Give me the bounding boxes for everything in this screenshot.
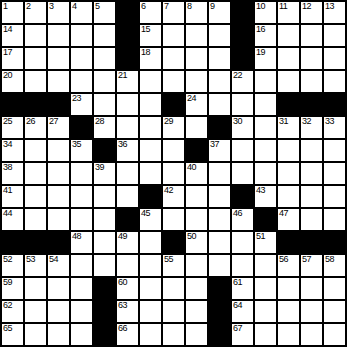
white-cell-r6c8[interactable]: 29 (163, 117, 184, 138)
white-cell-r9c13[interactable] (278, 186, 299, 207)
white-cell-r4c15[interactable] (324, 71, 345, 92)
white-cell-r5c10[interactable] (209, 94, 230, 115)
white-cell-r6c11[interactable]: 30 (232, 117, 253, 138)
white-cell-r8c4[interactable] (71, 163, 92, 184)
white-cell-r9c1[interactable]: 41 (2, 186, 23, 207)
clue-number-59: 59 (3, 278, 12, 287)
white-cell-r10c14[interactable] (301, 209, 322, 230)
white-cell-r6c13[interactable]: 31 (278, 117, 299, 138)
white-cell-r13c15[interactable] (324, 278, 345, 299)
white-cell-r3c13[interactable] (278, 48, 299, 69)
white-cell-r3c9[interactable] (186, 48, 207, 69)
white-cell-r13c14[interactable] (301, 278, 322, 299)
white-cell-r11c6[interactable]: 49 (117, 232, 138, 253)
crossword-board: 1234567891011121314151617181920212223242… (0, 0, 347, 347)
white-cell-r2c12[interactable]: 16 (255, 25, 276, 46)
black-cell-r11c8 (163, 232, 184, 253)
clue-number-10: 10 (256, 2, 265, 11)
white-cell-r6c6[interactable] (117, 117, 138, 138)
white-cell-r6c7[interactable] (140, 117, 161, 138)
white-cell-r10c11[interactable]: 46 (232, 209, 253, 230)
white-cell-r13c4[interactable] (71, 278, 92, 299)
black-cell-r11c13 (278, 232, 299, 253)
white-cell-r6c12[interactable] (255, 117, 276, 138)
white-cell-r3c15[interactable] (324, 48, 345, 69)
white-cell-r13c11[interactable]: 61 (232, 278, 253, 299)
white-cell-r13c6[interactable]: 60 (117, 278, 138, 299)
white-cell-r1c10[interactable]: 9 (209, 2, 230, 23)
white-cell-r12c4[interactable] (71, 255, 92, 276)
clue-number-16: 16 (256, 25, 265, 34)
white-cell-r1c5[interactable]: 5 (94, 2, 115, 23)
white-cell-r14c12[interactable] (255, 301, 276, 322)
white-cell-r15c15[interactable] (324, 324, 345, 345)
clue-number-57: 57 (302, 255, 311, 264)
white-cell-r15c1[interactable]: 65 (2, 324, 23, 345)
clue-number-66: 66 (118, 324, 127, 333)
clue-number-13: 13 (325, 2, 334, 11)
clue-number-64: 64 (233, 301, 242, 310)
white-cell-r3c5[interactable] (94, 48, 115, 69)
white-cell-r4c13[interactable] (278, 71, 299, 92)
clue-number-12: 12 (302, 2, 311, 11)
white-cell-r11c4[interactable]: 48 (71, 232, 92, 253)
white-cell-r3c7[interactable]: 18 (140, 48, 161, 69)
white-cell-r1c1[interactable]: 1 (2, 2, 23, 23)
white-cell-r14c6[interactable]: 63 (117, 301, 138, 322)
white-cell-r12c14[interactable]: 57 (301, 255, 322, 276)
white-cell-r7c4[interactable]: 35 (71, 140, 92, 161)
white-cell-r4c6[interactable]: 21 (117, 71, 138, 92)
clue-number-7: 7 (164, 2, 169, 11)
clue-number-53: 53 (26, 255, 35, 264)
black-cell-r1c11 (232, 2, 253, 23)
white-cell-r11c10[interactable] (209, 232, 230, 253)
clue-number-63: 63 (118, 301, 127, 310)
white-cell-r7c10[interactable]: 37 (209, 140, 230, 161)
clue-number-35: 35 (72, 140, 81, 149)
white-cell-r7c7[interactable] (140, 140, 161, 161)
white-cell-r13c3[interactable] (48, 278, 69, 299)
white-cell-r8c13[interactable] (278, 163, 299, 184)
white-cell-r2c3[interactable] (48, 25, 69, 46)
clue-number-2: 2 (26, 2, 31, 11)
white-cell-r7c1[interactable]: 34 (2, 140, 23, 161)
clue-number-48: 48 (72, 232, 81, 241)
white-cell-r9c15[interactable] (324, 186, 345, 207)
clue-number-1: 1 (3, 2, 8, 11)
white-cell-r15c13[interactable] (278, 324, 299, 345)
clue-number-43: 43 (256, 186, 265, 195)
white-cell-r13c7[interactable] (140, 278, 161, 299)
white-cell-r11c7[interactable] (140, 232, 161, 253)
white-cell-r8c11[interactable] (232, 163, 253, 184)
white-cell-r4c2[interactable] (25, 71, 46, 92)
clue-number-11: 11 (279, 2, 287, 11)
white-cell-r1c4[interactable]: 4 (71, 2, 92, 23)
white-cell-r1c12[interactable]: 10 (255, 2, 276, 23)
clue-number-23: 23 (72, 94, 81, 103)
white-cell-r10c2[interactable] (25, 209, 46, 230)
white-cell-r3c2[interactable] (25, 48, 46, 69)
white-cell-r12c12[interactable] (255, 255, 276, 276)
white-cell-r6c1[interactable]: 25 (2, 117, 23, 138)
white-cell-r10c13[interactable]: 47 (278, 209, 299, 230)
black-cell-r3c6 (117, 48, 138, 69)
clue-number-28: 28 (95, 117, 104, 126)
black-cell-r5c15 (324, 94, 345, 115)
white-cell-r7c14[interactable] (301, 140, 322, 161)
white-cell-r4c4[interactable] (71, 71, 92, 92)
clue-number-41: 41 (3, 186, 12, 195)
white-cell-r4c12[interactable] (255, 71, 276, 92)
white-cell-r7c6[interactable]: 36 (117, 140, 138, 161)
black-cell-r6c10 (209, 117, 230, 138)
white-cell-r8c10[interactable] (209, 163, 230, 184)
black-cell-r2c6 (117, 25, 138, 46)
white-cell-r3c8[interactable] (163, 48, 184, 69)
white-cell-r12c9[interactable] (186, 255, 207, 276)
white-cell-r4c3[interactable] (48, 71, 69, 92)
clue-number-30: 30 (233, 117, 242, 126)
white-cell-r14c14[interactable] (301, 301, 322, 322)
white-cell-r2c1[interactable]: 14 (2, 25, 23, 46)
white-cell-r15c6[interactable]: 66 (117, 324, 138, 345)
white-cell-r12c3[interactable]: 54 (48, 255, 69, 276)
white-cell-r13c8[interactable] (163, 278, 184, 299)
white-cell-r5c4[interactable]: 23 (71, 94, 92, 115)
white-cell-r13c1[interactable]: 59 (2, 278, 23, 299)
clue-number-31: 31 (279, 117, 288, 126)
white-cell-r12c1[interactable]: 52 (2, 255, 23, 276)
white-cell-r14c3[interactable] (48, 301, 69, 322)
white-cell-r12c5[interactable] (94, 255, 115, 276)
white-cell-r4c11[interactable]: 22 (232, 71, 253, 92)
white-cell-r1c15[interactable]: 13 (324, 2, 345, 23)
clue-number-42: 42 (164, 186, 173, 195)
black-cell-r5c13 (278, 94, 299, 115)
clue-number-26: 26 (26, 117, 35, 126)
black-cell-r13c10 (209, 278, 230, 299)
black-cell-r6c4 (71, 117, 92, 138)
white-cell-r11c12[interactable]: 51 (255, 232, 276, 253)
white-cell-r12c11[interactable] (232, 255, 253, 276)
clue-number-3: 3 (49, 2, 54, 11)
white-cell-r11c9[interactable]: 50 (186, 232, 207, 253)
white-cell-r14c11[interactable]: 64 (232, 301, 253, 322)
black-cell-r9c11 (232, 186, 253, 207)
clue-number-62: 62 (3, 301, 12, 310)
white-cell-r7c2[interactable] (25, 140, 46, 161)
black-cell-r10c6 (117, 209, 138, 230)
white-cell-r15c14[interactable] (301, 324, 322, 345)
white-cell-r9c3[interactable] (48, 186, 69, 207)
clue-number-5: 5 (95, 2, 100, 11)
white-cell-r8c12[interactable] (255, 163, 276, 184)
white-cell-r14c1[interactable]: 62 (2, 301, 23, 322)
black-cell-r14c5 (94, 301, 115, 322)
white-cell-r2c2[interactable] (25, 25, 46, 46)
white-cell-r7c13[interactable] (278, 140, 299, 161)
white-cell-r9c5[interactable] (94, 186, 115, 207)
white-cell-r5c7[interactable] (140, 94, 161, 115)
black-cell-r9c7 (140, 186, 161, 207)
white-cell-r15c4[interactable] (71, 324, 92, 345)
white-cell-r15c12[interactable] (255, 324, 276, 345)
white-cell-r7c8[interactable] (163, 140, 184, 161)
clue-number-58: 58 (325, 255, 334, 264)
white-cell-r12c13[interactable]: 56 (278, 255, 299, 276)
black-cell-r7c5 (94, 140, 115, 161)
white-cell-r6c2[interactable]: 26 (25, 117, 46, 138)
white-cell-r1c9[interactable]: 8 (186, 2, 207, 23)
white-cell-r1c7[interactable]: 6 (140, 2, 161, 23)
white-cell-r5c5[interactable] (94, 94, 115, 115)
clue-number-46: 46 (233, 209, 242, 218)
white-cell-r2c5[interactable] (94, 25, 115, 46)
white-cell-r6c9[interactable] (186, 117, 207, 138)
white-cell-r9c4[interactable] (71, 186, 92, 207)
clue-number-18: 18 (141, 48, 150, 57)
clue-number-8: 8 (187, 2, 192, 11)
white-cell-r9c6[interactable] (117, 186, 138, 207)
white-cell-r6c15[interactable]: 33 (324, 117, 345, 138)
black-cell-r5c14 (301, 94, 322, 115)
black-cell-r5c8 (163, 94, 184, 115)
white-cell-r4c10[interactable] (209, 71, 230, 92)
clue-number-32: 32 (302, 117, 311, 126)
clue-number-25: 25 (3, 117, 12, 126)
white-cell-r5c6[interactable] (117, 94, 138, 115)
white-cell-r13c9[interactable] (186, 278, 207, 299)
clue-number-47: 47 (279, 209, 288, 218)
white-cell-r12c10[interactable] (209, 255, 230, 276)
clue-number-61: 61 (233, 278, 242, 287)
white-cell-r14c13[interactable] (278, 301, 299, 322)
black-cell-r2c11 (232, 25, 253, 46)
white-cell-r6c3[interactable]: 27 (48, 117, 69, 138)
black-cell-r5c1 (2, 94, 23, 115)
white-cell-r4c9[interactable] (186, 71, 207, 92)
white-cell-r9c10[interactable] (209, 186, 230, 207)
white-cell-r6c14[interactable]: 32 (301, 117, 322, 138)
white-cell-r10c10[interactable] (209, 209, 230, 230)
black-cell-r1c6 (117, 2, 138, 23)
white-cell-r2c4[interactable] (71, 25, 92, 46)
black-cell-r3c11 (232, 48, 253, 69)
white-cell-r2c9[interactable] (186, 25, 207, 46)
white-cell-r15c2[interactable] (25, 324, 46, 345)
clue-number-45: 45 (141, 209, 150, 218)
white-cell-r8c7[interactable] (140, 163, 161, 184)
white-cell-r15c9[interactable] (186, 324, 207, 345)
clue-number-44: 44 (3, 209, 12, 218)
white-cell-r2c15[interactable] (324, 25, 345, 46)
white-cell-r4c7[interactable] (140, 71, 161, 92)
white-cell-r8c8[interactable] (163, 163, 184, 184)
white-cell-r14c4[interactable] (71, 301, 92, 322)
clue-number-51: 51 (256, 232, 265, 241)
white-cell-r11c11[interactable] (232, 232, 253, 253)
white-cell-r15c7[interactable] (140, 324, 161, 345)
clue-number-19: 19 (256, 48, 265, 57)
white-cell-r13c2[interactable] (25, 278, 46, 299)
white-cell-r5c11[interactable] (232, 94, 253, 115)
clue-number-15: 15 (141, 25, 150, 34)
clue-number-38: 38 (3, 163, 12, 172)
black-cell-r13c5 (94, 278, 115, 299)
clue-number-14: 14 (3, 25, 12, 34)
white-cell-r15c8[interactable] (163, 324, 184, 345)
clue-number-33: 33 (325, 117, 334, 126)
black-cell-r10c12 (255, 209, 276, 230)
white-cell-r4c8[interactable] (163, 71, 184, 92)
clue-number-27: 27 (49, 117, 58, 126)
white-cell-r10c7[interactable]: 45 (140, 209, 161, 230)
white-cell-r12c2[interactable]: 53 (25, 255, 46, 276)
clue-number-24: 24 (187, 94, 196, 103)
clue-number-29: 29 (164, 117, 173, 126)
white-cell-r6c5[interactable]: 28 (94, 117, 115, 138)
white-cell-r14c7[interactable] (140, 301, 161, 322)
black-cell-r5c2 (25, 94, 46, 115)
black-cell-r11c1 (2, 232, 23, 253)
clue-number-9: 9 (210, 2, 215, 11)
white-cell-r4c5[interactable] (94, 71, 115, 92)
white-cell-r8c14[interactable] (301, 163, 322, 184)
clue-number-39: 39 (95, 163, 104, 172)
clue-number-65: 65 (3, 324, 12, 333)
clue-number-67: 67 (233, 324, 242, 333)
black-cell-r11c14 (301, 232, 322, 253)
clue-number-21: 21 (118, 71, 127, 80)
white-cell-r2c13[interactable] (278, 25, 299, 46)
clue-number-22: 22 (233, 71, 242, 80)
clue-number-56: 56 (279, 255, 288, 264)
clue-number-54: 54 (49, 255, 58, 264)
white-cell-r9c12[interactable]: 43 (255, 186, 276, 207)
white-cell-r3c14[interactable] (301, 48, 322, 69)
clue-number-6: 6 (141, 2, 146, 11)
white-cell-r10c9[interactable] (186, 209, 207, 230)
white-cell-r10c3[interactable] (48, 209, 69, 230)
clue-number-40: 40 (187, 163, 196, 172)
clue-number-49: 49 (118, 232, 127, 241)
white-cell-r4c1[interactable]: 20 (2, 71, 23, 92)
white-cell-r7c15[interactable] (324, 140, 345, 161)
white-cell-r12c6[interactable] (117, 255, 138, 276)
white-cell-r1c14[interactable]: 12 (301, 2, 322, 23)
white-cell-r8c5[interactable]: 39 (94, 163, 115, 184)
white-cell-r3c1[interactable]: 17 (2, 48, 23, 69)
white-cell-r9c8[interactable]: 42 (163, 186, 184, 207)
white-cell-r7c11[interactable] (232, 140, 253, 161)
clue-number-36: 36 (118, 140, 127, 149)
white-cell-r12c7[interactable] (140, 255, 161, 276)
white-cell-r9c14[interactable] (301, 186, 322, 207)
white-cell-r9c2[interactable] (25, 186, 46, 207)
white-cell-r5c12[interactable] (255, 94, 276, 115)
clue-number-60: 60 (118, 278, 127, 287)
black-cell-r15c5 (94, 324, 115, 345)
black-cell-r5c3 (48, 94, 69, 115)
black-cell-r11c15 (324, 232, 345, 253)
white-cell-r12c8[interactable]: 55 (163, 255, 184, 276)
white-cell-r13c13[interactable] (278, 278, 299, 299)
white-cell-r10c5[interactable] (94, 209, 115, 230)
white-cell-r3c10[interactable] (209, 48, 230, 69)
white-cell-r8c6[interactable] (117, 163, 138, 184)
clue-number-52: 52 (3, 255, 12, 264)
clue-number-50: 50 (187, 232, 196, 241)
white-cell-r1c2[interactable]: 2 (25, 2, 46, 23)
white-cell-r8c9[interactable]: 40 (186, 163, 207, 184)
white-cell-r8c15[interactable] (324, 163, 345, 184)
white-cell-r3c4[interactable] (71, 48, 92, 69)
white-cell-r2c14[interactable] (301, 25, 322, 46)
white-cell-r2c8[interactable] (163, 25, 184, 46)
white-cell-r15c11[interactable]: 67 (232, 324, 253, 345)
white-cell-r9c9[interactable] (186, 186, 207, 207)
white-cell-r12c15[interactable]: 58 (324, 255, 345, 276)
clue-number-34: 34 (3, 140, 12, 149)
white-cell-r13c12[interactable] (255, 278, 276, 299)
black-cell-r11c2 (25, 232, 46, 253)
white-cell-r1c8[interactable]: 7 (163, 2, 184, 23)
clue-number-17: 17 (3, 48, 12, 57)
black-cell-r7c9 (186, 140, 207, 161)
white-cell-r14c2[interactable] (25, 301, 46, 322)
clue-number-4: 4 (72, 2, 77, 11)
white-cell-r14c9[interactable] (186, 301, 207, 322)
white-cell-r3c3[interactable] (48, 48, 69, 69)
white-cell-r8c1[interactable]: 38 (2, 163, 23, 184)
white-cell-r10c8[interactable] (163, 209, 184, 230)
white-cell-r4c14[interactable] (301, 71, 322, 92)
white-cell-r7c3[interactable] (48, 140, 69, 161)
white-cell-r2c10[interactable] (209, 25, 230, 46)
white-cell-r1c13[interactable]: 11 (278, 2, 299, 23)
white-cell-r15c3[interactable] (48, 324, 69, 345)
white-cell-r10c15[interactable] (324, 209, 345, 230)
white-cell-r2c7[interactable]: 15 (140, 25, 161, 46)
white-cell-r3c12[interactable]: 19 (255, 48, 276, 69)
white-cell-r11c5[interactable] (94, 232, 115, 253)
white-cell-r10c1[interactable]: 44 (2, 209, 23, 230)
clue-number-55: 55 (164, 255, 173, 264)
white-cell-r5c9[interactable]: 24 (186, 94, 207, 115)
clue-number-20: 20 (3, 71, 12, 80)
white-cell-r14c8[interactable] (163, 301, 184, 322)
white-cell-r1c3[interactable]: 3 (48, 2, 69, 23)
white-cell-r10c4[interactable] (71, 209, 92, 230)
white-cell-r8c2[interactable] (25, 163, 46, 184)
black-cell-r15c10 (209, 324, 230, 345)
white-cell-r8c3[interactable] (48, 163, 69, 184)
white-cell-r14c15[interactable] (324, 301, 345, 322)
black-cell-r14c10 (209, 301, 230, 322)
clue-number-37: 37 (210, 140, 219, 149)
white-cell-r7c12[interactable] (255, 140, 276, 161)
black-cell-r11c3 (48, 232, 69, 253)
